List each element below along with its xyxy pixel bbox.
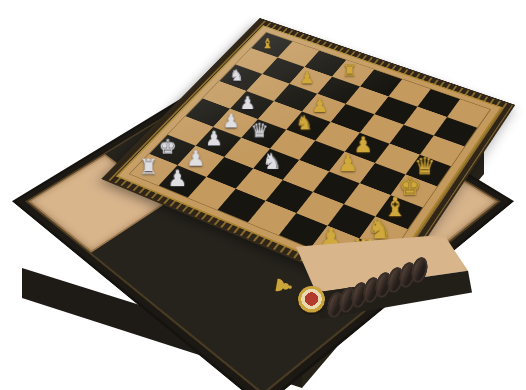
loose-gold-pawn: ♟ <box>270 275 297 298</box>
piece-silver-rook-h1: ♜ <box>139 157 158 176</box>
piece-gold-pawn-b3: ♟ <box>299 71 314 86</box>
piece-gold-pawn-e6: ♟ <box>337 153 358 174</box>
piece-silver-knight-f4: ♞ <box>262 151 282 171</box>
piece-silver-pawn-d2: ♟ <box>239 95 255 111</box>
piece-gold-bishop-a1: ♝ <box>261 38 273 50</box>
piece-gold-knight-d4: ♞ <box>295 114 313 132</box>
piece-silver-pawn-h2: ♟ <box>167 168 187 188</box>
square-f4: ♞ <box>253 149 299 180</box>
checker-disc-red <box>298 286 325 313</box>
piece-silver-pawn-e2: ♟ <box>222 112 239 129</box>
piece-silver-knight-c1: ♞ <box>229 69 243 83</box>
piece-silver-pawn-g2: ♟ <box>186 149 205 168</box>
piece-silver-queen-e3: ♛ <box>250 122 268 140</box>
open-checkers-drawer: ♟ <box>272 230 472 350</box>
piece-silver-pawn-f2: ♟ <box>204 130 222 148</box>
product-photo-chess-set: ♝♜♟♞♟♟♞♟♛♟♛♟♚♟♞♝♚♟♞♜♟♟♜ ♟ <box>0 0 526 390</box>
piece-gold-rook-a4: ♜ <box>341 64 356 79</box>
piece-silver-king-g1: ♚ <box>158 138 176 156</box>
